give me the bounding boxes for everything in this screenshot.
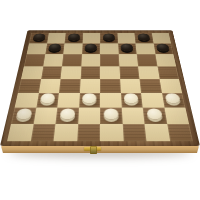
square-c5[interactable]: [61, 66, 81, 79]
square-f8[interactable]: [117, 33, 135, 43]
square-c8[interactable]: [65, 33, 83, 43]
square-e7[interactable]: [100, 43, 118, 54]
square-e5[interactable]: [100, 66, 120, 79]
square-b4[interactable]: [38, 79, 60, 93]
black-checker[interactable]: [156, 44, 170, 51]
square-h8[interactable]: [151, 33, 170, 43]
square-a6[interactable]: [24, 54, 45, 66]
square-b2[interactable]: [33, 108, 57, 124]
square-h4[interactable]: [159, 79, 182, 93]
square-d6[interactable]: [81, 54, 100, 66]
white-checker[interactable]: [40, 93, 56, 103]
square-e1[interactable]: [100, 124, 123, 142]
square-d8[interactable]: [82, 33, 100, 43]
square-d4[interactable]: [79, 79, 100, 93]
square-f6[interactable]: [118, 54, 138, 66]
black-checker[interactable]: [32, 33, 45, 40]
white-checker[interactable]: [146, 108, 162, 119]
square-b6[interactable]: [43, 54, 63, 66]
square-f2[interactable]: [121, 108, 144, 124]
square-e8[interactable]: [100, 33, 118, 43]
square-c6[interactable]: [62, 54, 82, 66]
square-a8[interactable]: [29, 33, 48, 43]
white-checker[interactable]: [60, 108, 76, 119]
square-e3[interactable]: [100, 93, 121, 108]
square-g6[interactable]: [137, 54, 157, 66]
checkers-board: [0, 30, 200, 146]
square-c1[interactable]: [54, 124, 78, 142]
square-b7[interactable]: [45, 43, 65, 54]
square-g3[interactable]: [141, 93, 164, 108]
square-h3[interactable]: [162, 93, 186, 108]
square-d3[interactable]: [79, 93, 100, 108]
square-b8[interactable]: [47, 33, 66, 43]
board-grid: [7, 33, 193, 141]
white-checker[interactable]: [103, 108, 118, 119]
square-c7[interactable]: [63, 43, 82, 54]
square-b5[interactable]: [41, 66, 62, 79]
black-checker[interactable]: [48, 44, 61, 51]
black-checker[interactable]: [121, 44, 134, 51]
square-d7[interactable]: [82, 43, 100, 54]
square-h7[interactable]: [153, 43, 173, 54]
board-photo-scene: [0, 0, 200, 200]
square-f3[interactable]: [121, 93, 143, 108]
white-checker[interactable]: [16, 108, 33, 119]
square-c4[interactable]: [59, 79, 80, 93]
white-checker[interactable]: [165, 93, 181, 103]
black-checker[interactable]: [137, 33, 150, 40]
square-g5[interactable]: [138, 66, 159, 79]
square-f4[interactable]: [120, 79, 141, 93]
square-g1[interactable]: [144, 124, 169, 142]
white-checker[interactable]: [82, 93, 96, 103]
square-e2[interactable]: [100, 108, 122, 124]
square-c3[interactable]: [57, 93, 79, 108]
black-checker[interactable]: [85, 44, 97, 51]
square-g8[interactable]: [134, 33, 153, 43]
square-c2[interactable]: [56, 108, 79, 124]
black-checker[interactable]: [103, 33, 115, 40]
square-e6[interactable]: [100, 54, 119, 66]
square-a7[interactable]: [27, 43, 47, 54]
square-h2[interactable]: [164, 108, 189, 124]
square-a1[interactable]: [7, 124, 33, 142]
square-b3[interactable]: [36, 93, 59, 108]
square-h1[interactable]: [167, 124, 193, 142]
square-a5[interactable]: [21, 66, 43, 79]
square-a4[interactable]: [18, 79, 41, 93]
square-g4[interactable]: [139, 79, 161, 93]
square-d1[interactable]: [77, 124, 100, 142]
square-d2[interactable]: [78, 108, 100, 124]
square-f5[interactable]: [119, 66, 139, 79]
square-h5[interactable]: [157, 66, 179, 79]
black-checker[interactable]: [68, 33, 80, 40]
square-h6[interactable]: [155, 54, 176, 66]
square-a3[interactable]: [15, 93, 39, 108]
square-a2[interactable]: [11, 108, 36, 124]
brass-clasp-keeper-icon: [90, 146, 97, 154]
square-f7[interactable]: [118, 43, 137, 54]
square-g7[interactable]: [135, 43, 155, 54]
square-f1[interactable]: [122, 124, 146, 142]
square-d5[interactable]: [80, 66, 100, 79]
square-g2[interactable]: [143, 108, 167, 124]
square-e4[interactable]: [100, 79, 121, 93]
square-b1[interactable]: [30, 124, 55, 142]
white-checker[interactable]: [124, 93, 139, 103]
